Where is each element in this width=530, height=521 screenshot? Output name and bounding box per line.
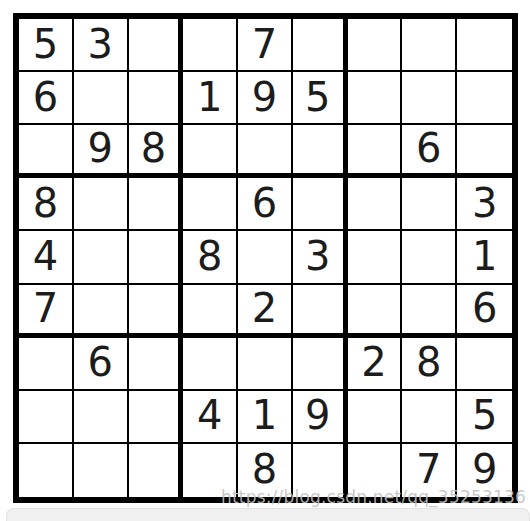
- sudoku-cell-r5c3[interactable]: [129, 231, 184, 284]
- sudoku-cell-r7c6[interactable]: [293, 338, 348, 391]
- sudoku-cell-r3c3[interactable]: 8: [129, 125, 184, 178]
- sudoku-cell-r5c6[interactable]: 3: [293, 231, 348, 284]
- sudoku-cell-r3c6[interactable]: [293, 125, 348, 178]
- sudoku-cell-r8c6[interactable]: 9: [293, 391, 348, 444]
- sudoku-cell-r9c1[interactable]: [19, 444, 74, 497]
- sudoku-board: 537619598686348317266284195879: [13, 13, 518, 503]
- sudoku-cell-r4c4[interactable]: [183, 178, 238, 231]
- sudoku-cell-r5c2[interactable]: [74, 231, 129, 284]
- sudoku-cell-r7c8[interactable]: 8: [402, 338, 457, 391]
- sudoku-cell-r8c7[interactable]: [348, 391, 403, 444]
- sudoku-cell-r4c9[interactable]: 3: [457, 178, 512, 231]
- page: 537619598686348317266284195879 https://b…: [0, 0, 530, 521]
- sudoku-cell-r4c3[interactable]: [129, 178, 184, 231]
- sudoku-cell-r6c5[interactable]: 2: [238, 285, 293, 338]
- sudoku-cell-r2c9[interactable]: [457, 72, 512, 125]
- sudoku-cell-r8c4[interactable]: 4: [183, 391, 238, 444]
- sudoku-cell-r5c8[interactable]: [402, 231, 457, 284]
- sudoku-cell-r2c7[interactable]: [348, 72, 403, 125]
- bottom-bar: [6, 508, 530, 521]
- sudoku-cell-r4c2[interactable]: [74, 178, 129, 231]
- sudoku-cell-r7c2[interactable]: 6: [74, 338, 129, 391]
- sudoku-cell-r5c7[interactable]: [348, 231, 403, 284]
- sudoku-cell-r3c4[interactable]: [183, 125, 238, 178]
- sudoku-cell-r5c4[interactable]: 8: [183, 231, 238, 284]
- sudoku-cell-r6c2[interactable]: [74, 285, 129, 338]
- sudoku-cell-r1c5[interactable]: 7: [238, 19, 293, 72]
- sudoku-cell-r7c1[interactable]: [19, 338, 74, 391]
- sudoku-cell-r9c3[interactable]: [129, 444, 184, 497]
- sudoku-cell-r1c4[interactable]: [183, 19, 238, 72]
- sudoku-cell-r7c4[interactable]: [183, 338, 238, 391]
- sudoku-cell-r1c3[interactable]: [129, 19, 184, 72]
- sudoku-cell-r1c2[interactable]: 3: [74, 19, 129, 72]
- sudoku-cell-r4c1[interactable]: 8: [19, 178, 74, 231]
- sudoku-cell-r7c7[interactable]: 2: [348, 338, 403, 391]
- sudoku-cell-r2c8[interactable]: [402, 72, 457, 125]
- sudoku-cell-r2c4[interactable]: 1: [183, 72, 238, 125]
- sudoku-cell-r6c3[interactable]: [129, 285, 184, 338]
- sudoku-cell-r3c7[interactable]: [348, 125, 403, 178]
- sudoku-cell-r4c5[interactable]: 6: [238, 178, 293, 231]
- sudoku-cell-r1c1[interactable]: 5: [19, 19, 74, 72]
- sudoku-cell-r8c8[interactable]: [402, 391, 457, 444]
- sudoku-cell-r3c8[interactable]: 6: [402, 125, 457, 178]
- sudoku-cell-r7c5[interactable]: [238, 338, 293, 391]
- sudoku-cell-r2c2[interactable]: [74, 72, 129, 125]
- sudoku-cell-r1c9[interactable]: [457, 19, 512, 72]
- sudoku-cell-r7c9[interactable]: [457, 338, 512, 391]
- sudoku-cell-r2c6[interactable]: 5: [293, 72, 348, 125]
- sudoku-cell-r3c9[interactable]: [457, 125, 512, 178]
- sudoku-cell-r8c5[interactable]: 1: [238, 391, 293, 444]
- sudoku-cell-r2c5[interactable]: 9: [238, 72, 293, 125]
- sudoku-cell-r5c9[interactable]: 1: [457, 231, 512, 284]
- sudoku-cell-r3c1[interactable]: [19, 125, 74, 178]
- sudoku-cell-r3c5[interactable]: [238, 125, 293, 178]
- sudoku-cell-r4c7[interactable]: [348, 178, 403, 231]
- sudoku-cell-r4c6[interactable]: [293, 178, 348, 231]
- sudoku-cell-r5c1[interactable]: 4: [19, 231, 74, 284]
- sudoku-cell-r6c1[interactable]: 7: [19, 285, 74, 338]
- sudoku-cell-r7c3[interactable]: [129, 338, 184, 391]
- sudoku-cell-r8c3[interactable]: [129, 391, 184, 444]
- sudoku-cell-r8c1[interactable]: [19, 391, 74, 444]
- sudoku-cell-r2c3[interactable]: [129, 72, 184, 125]
- sudoku-cell-r9c2[interactable]: [74, 444, 129, 497]
- sudoku-cell-r1c6[interactable]: [293, 19, 348, 72]
- sudoku-cell-r4c8[interactable]: [402, 178, 457, 231]
- sudoku-cell-r6c8[interactable]: [402, 285, 457, 338]
- sudoku-cell-r2c1[interactable]: 6: [19, 72, 74, 125]
- sudoku-cell-r6c7[interactable]: [348, 285, 403, 338]
- sudoku-cell-r1c8[interactable]: [402, 19, 457, 72]
- sudoku-cell-r6c4[interactable]: [183, 285, 238, 338]
- sudoku-cell-r8c9[interactable]: 5: [457, 391, 512, 444]
- sudoku-cell-r3c2[interactable]: 9: [74, 125, 129, 178]
- sudoku-cell-r8c2[interactable]: [74, 391, 129, 444]
- sudoku-cell-r1c7[interactable]: [348, 19, 403, 72]
- watermark-text: https://blog.csdn.net/qq_35253136: [221, 487, 526, 507]
- sudoku-cell-r5c5[interactable]: [238, 231, 293, 284]
- sudoku-cell-r6c9[interactable]: 6: [457, 285, 512, 338]
- sudoku-cell-r6c6[interactable]: [293, 285, 348, 338]
